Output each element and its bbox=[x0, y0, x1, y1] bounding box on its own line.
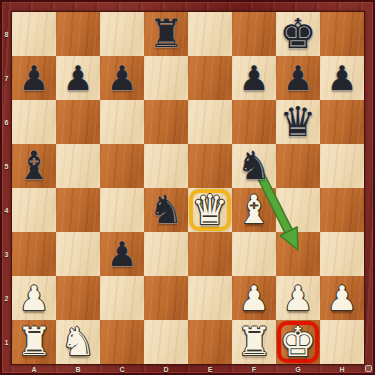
file-label-c: C bbox=[100, 364, 144, 375]
square-a8[interactable] bbox=[12, 12, 56, 56]
square-c5[interactable] bbox=[100, 144, 144, 188]
file-label-g: G bbox=[276, 364, 320, 375]
rank-label-8: 8 bbox=[1, 12, 12, 56]
square-h8[interactable] bbox=[320, 12, 364, 56]
square-b3[interactable] bbox=[56, 232, 100, 276]
piece-white-knight-b1[interactable]: ♞ bbox=[56, 320, 100, 364]
piece-white-rook-a1[interactable]: ♜ bbox=[12, 320, 56, 364]
rank-label-1: 1 bbox=[1, 320, 12, 364]
piece-black-rook-d8[interactable]: ♜ bbox=[144, 12, 188, 56]
piece-black-pawn-h7[interactable]: ♟ bbox=[320, 56, 364, 100]
square-b5[interactable] bbox=[56, 144, 100, 188]
square-g5[interactable] bbox=[276, 144, 320, 188]
corner-grip-icon bbox=[365, 365, 372, 372]
square-d6[interactable] bbox=[144, 100, 188, 144]
piece-black-king-g8[interactable]: ♚ bbox=[276, 12, 320, 56]
square-b8[interactable] bbox=[56, 12, 100, 56]
file-label-h: H bbox=[320, 364, 364, 375]
piece-black-knight-d4[interactable]: ♞ bbox=[144, 188, 188, 232]
square-d7[interactable] bbox=[144, 56, 188, 100]
piece-white-king-g1[interactable]: ♚ bbox=[276, 320, 320, 364]
square-h1[interactable] bbox=[320, 320, 364, 364]
piece-black-pawn-b7[interactable]: ♟ bbox=[56, 56, 100, 100]
square-a6[interactable] bbox=[12, 100, 56, 144]
square-h4[interactable] bbox=[320, 188, 364, 232]
piece-black-knight-f5[interactable]: ♞ bbox=[232, 144, 276, 188]
square-h5[interactable] bbox=[320, 144, 364, 188]
file-label-a: A bbox=[12, 364, 56, 375]
piece-black-pawn-g7[interactable]: ♟ bbox=[276, 56, 320, 100]
square-e8[interactable] bbox=[188, 12, 232, 56]
piece-black-queen-g6[interactable]: ♛ bbox=[276, 100, 320, 144]
piece-white-pawn-a2[interactable]: ♟ bbox=[12, 276, 56, 320]
piece-white-pawn-g2[interactable]: ♟ bbox=[276, 276, 320, 320]
rank-label-6: 6 bbox=[1, 100, 12, 144]
file-label-e: E bbox=[188, 364, 232, 375]
rank-label-3: 3 bbox=[1, 232, 12, 276]
square-d3[interactable] bbox=[144, 232, 188, 276]
chess-board-frame: ♜♚♟♟♟♟♟♟♛♝♞♞♛♝♟♟♟♟♟♜♞♜♚87654321ABCDEFGH bbox=[0, 0, 375, 375]
square-b6[interactable] bbox=[56, 100, 100, 144]
piece-white-rook-f1[interactable]: ♜ bbox=[232, 320, 276, 364]
square-g4[interactable] bbox=[276, 188, 320, 232]
square-f8[interactable] bbox=[232, 12, 276, 56]
square-d5[interactable] bbox=[144, 144, 188, 188]
piece-black-pawn-c7[interactable]: ♟ bbox=[100, 56, 144, 100]
square-e3[interactable] bbox=[188, 232, 232, 276]
piece-black-pawn-c3[interactable]: ♟ bbox=[100, 232, 144, 276]
file-label-b: B bbox=[56, 364, 100, 375]
piece-white-bishop-f4[interactable]: ♝ bbox=[232, 188, 276, 232]
square-c6[interactable] bbox=[100, 100, 144, 144]
piece-black-bishop-a5[interactable]: ♝ bbox=[12, 144, 56, 188]
square-e7[interactable] bbox=[188, 56, 232, 100]
square-d2[interactable] bbox=[144, 276, 188, 320]
rank-label-5: 5 bbox=[1, 144, 12, 188]
square-d1[interactable] bbox=[144, 320, 188, 364]
square-e6[interactable] bbox=[188, 100, 232, 144]
square-a4[interactable] bbox=[12, 188, 56, 232]
piece-black-pawn-f7[interactable]: ♟ bbox=[232, 56, 276, 100]
square-b4[interactable] bbox=[56, 188, 100, 232]
square-e2[interactable] bbox=[188, 276, 232, 320]
square-b2[interactable] bbox=[56, 276, 100, 320]
square-f3[interactable] bbox=[232, 232, 276, 276]
square-c2[interactable] bbox=[100, 276, 144, 320]
piece-white-queen-e4[interactable]: ♛ bbox=[188, 188, 232, 232]
square-e1[interactable] bbox=[188, 320, 232, 364]
square-g3[interactable] bbox=[276, 232, 320, 276]
rank-label-4: 4 bbox=[1, 188, 12, 232]
piece-white-pawn-f2[interactable]: ♟ bbox=[232, 276, 276, 320]
square-h3[interactable] bbox=[320, 232, 364, 276]
rank-label-7: 7 bbox=[1, 56, 12, 100]
square-h6[interactable] bbox=[320, 100, 364, 144]
rank-label-2: 2 bbox=[1, 276, 12, 320]
file-label-f: F bbox=[232, 364, 276, 375]
square-a3[interactable] bbox=[12, 232, 56, 276]
piece-black-pawn-a7[interactable]: ♟ bbox=[12, 56, 56, 100]
square-f6[interactable] bbox=[232, 100, 276, 144]
square-c1[interactable] bbox=[100, 320, 144, 364]
piece-white-pawn-h2[interactable]: ♟ bbox=[320, 276, 364, 320]
square-c4[interactable] bbox=[100, 188, 144, 232]
square-c8[interactable] bbox=[100, 12, 144, 56]
file-label-d: D bbox=[144, 364, 188, 375]
square-e5[interactable] bbox=[188, 144, 232, 188]
